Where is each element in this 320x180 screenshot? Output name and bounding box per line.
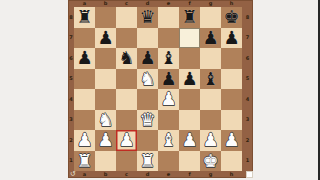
square-h1[interactable] <box>221 151 242 172</box>
square-a2[interactable]: ♟ <box>74 130 95 151</box>
piece-black-pawn[interactable]: ♟ <box>202 28 218 48</box>
square-b7[interactable]: ♟ <box>95 28 116 49</box>
square-g3[interactable] <box>200 110 221 131</box>
piece-white-pawn[interactable]: ♟ <box>202 130 218 150</box>
square-e2[interactable]: ♝ <box>158 130 179 151</box>
file-label: e <box>158 0 179 7</box>
piece-white-pawn[interactable]: ♟ <box>118 130 134 150</box>
piece-black-bishop[interactable]: ♝ <box>202 69 218 89</box>
square-b6[interactable] <box>95 48 116 69</box>
rank-label: 5 <box>242 69 253 90</box>
piece-black-pawn[interactable]: ♟ <box>97 28 113 48</box>
square-g7[interactable]: ♟ <box>200 28 221 49</box>
square-c2[interactable]: ♟ <box>116 130 137 151</box>
file-label: b <box>95 0 116 7</box>
square-e3[interactable] <box>158 110 179 131</box>
piece-black-pawn[interactable]: ♟ <box>160 69 176 89</box>
piece-white-pawn[interactable]: ♟ <box>76 130 92 150</box>
rank-label: 2 <box>242 130 253 151</box>
board-grid: ♜♛♜♚♟♟♟♟♞♟♝♞♟♟♝♟♞♛♟♟♟♝♟♟♟♜♜♚ <box>74 7 242 171</box>
piece-white-rook[interactable]: ♜ <box>139 151 155 171</box>
square-f8[interactable]: ♜ <box>179 7 200 28</box>
square-a1[interactable]: ♜ <box>74 151 95 172</box>
square-h7[interactable]: ♟ <box>221 28 242 49</box>
square-d5[interactable]: ♞ <box>137 69 158 90</box>
piece-black-pawn[interactable]: ♟ <box>76 48 92 68</box>
file-label: e <box>158 171 179 178</box>
square-g5[interactable]: ♝ <box>200 69 221 90</box>
square-c8[interactable] <box>116 7 137 28</box>
square-c6[interactable]: ♞ <box>116 48 137 69</box>
square-e1[interactable] <box>158 151 179 172</box>
piece-black-pawn[interactable]: ♟ <box>139 48 155 68</box>
square-g2[interactable]: ♟ <box>200 130 221 151</box>
piece-black-rook[interactable]: ♜ <box>181 7 197 27</box>
rank-label: 7 <box>242 28 253 49</box>
square-h2[interactable]: ♟ <box>221 130 242 151</box>
piece-black-bishop[interactable]: ♝ <box>160 48 176 68</box>
square-d2[interactable] <box>137 130 158 151</box>
piece-white-pawn[interactable]: ♟ <box>223 130 239 150</box>
square-d4[interactable] <box>137 89 158 110</box>
square-a8[interactable]: ♜ <box>74 7 95 28</box>
square-b4[interactable] <box>95 89 116 110</box>
square-e8[interactable] <box>158 7 179 28</box>
piece-black-pawn[interactable]: ♟ <box>223 28 239 48</box>
square-c5[interactable] <box>116 69 137 90</box>
rank-label: 4 <box>242 89 253 110</box>
file-labels-bottom: abcdefgh <box>74 171 242 178</box>
piece-white-king[interactable]: ♚ <box>202 151 218 171</box>
square-h6[interactable] <box>221 48 242 69</box>
piece-white-pawn[interactable]: ♟ <box>160 89 176 109</box>
square-a6[interactable]: ♟ <box>74 48 95 69</box>
piece-black-queen[interactable]: ♛ <box>139 7 155 27</box>
square-c3[interactable] <box>116 110 137 131</box>
square-a7[interactable] <box>74 28 95 49</box>
square-f2[interactable]: ♟ <box>179 130 200 151</box>
square-d7[interactable] <box>137 28 158 49</box>
file-label: a <box>74 171 95 178</box>
piece-white-queen[interactable]: ♛ <box>139 110 155 130</box>
square-f7[interactable] <box>179 28 200 49</box>
file-label: c <box>116 171 137 178</box>
piece-white-rook[interactable]: ♜ <box>76 151 92 171</box>
file-label: c <box>116 0 137 7</box>
square-c1[interactable] <box>116 151 137 172</box>
piece-white-pawn[interactable]: ♟ <box>97 130 113 150</box>
square-d3[interactable]: ♛ <box>137 110 158 131</box>
flip-board-icon[interactable]: ↺ <box>69 170 77 178</box>
piece-white-bishop[interactable]: ♝ <box>160 130 176 150</box>
square-e5[interactable]: ♟ <box>158 69 179 90</box>
square-f6[interactable] <box>179 48 200 69</box>
piece-black-pawn[interactable]: ♟ <box>181 69 197 89</box>
file-label: g <box>200 0 221 7</box>
corner-marker-icon <box>246 171 253 178</box>
square-b1[interactable] <box>95 151 116 172</box>
piece-white-knight[interactable]: ♞ <box>97 110 113 130</box>
square-h5[interactable] <box>221 69 242 90</box>
square-f1[interactable] <box>179 151 200 172</box>
file-labels-top: abcdefgh <box>74 0 242 7</box>
square-b5[interactable] <box>95 69 116 90</box>
square-b2[interactable]: ♟ <box>95 130 116 151</box>
file-label: b <box>95 171 116 178</box>
piece-white-pawn[interactable]: ♟ <box>181 130 197 150</box>
square-h4[interactable] <box>221 89 242 110</box>
square-d6[interactable]: ♟ <box>137 48 158 69</box>
square-f3[interactable] <box>179 110 200 131</box>
file-label: g <box>200 171 221 178</box>
rank-label: 6 <box>242 48 253 69</box>
file-label: h <box>221 171 242 178</box>
square-e4[interactable]: ♟ <box>158 89 179 110</box>
square-a5[interactable] <box>74 69 95 90</box>
square-a4[interactable] <box>74 89 95 110</box>
square-c4[interactable] <box>116 89 137 110</box>
square-b8[interactable] <box>95 7 116 28</box>
square-g6[interactable] <box>200 48 221 69</box>
file-label: f <box>179 171 200 178</box>
square-e6[interactable]: ♝ <box>158 48 179 69</box>
square-g8[interactable] <box>200 7 221 28</box>
piece-black-rook[interactable]: ♜ <box>76 7 92 27</box>
piece-white-knight[interactable]: ♞ <box>139 69 155 89</box>
square-a3[interactable] <box>74 110 95 131</box>
rank-label: 1 <box>242 151 253 172</box>
rank-label: 3 <box>242 110 253 131</box>
square-g4[interactable] <box>200 89 221 110</box>
square-g1[interactable]: ♚ <box>200 151 221 172</box>
square-f4[interactable] <box>179 89 200 110</box>
file-label: d <box>137 171 158 178</box>
rank-label: 8 <box>242 7 253 28</box>
square-b3[interactable]: ♞ <box>95 110 116 131</box>
square-h8[interactable]: ♚ <box>221 7 242 28</box>
chess-board: abcdefgh abcdefgh 87654321 87654321 ♜♛♜♚… <box>68 0 253 178</box>
square-e7[interactable] <box>158 28 179 49</box>
square-d8[interactable]: ♛ <box>137 7 158 28</box>
square-c7[interactable] <box>116 28 137 49</box>
piece-black-knight[interactable]: ♞ <box>118 48 134 68</box>
piece-black-king[interactable]: ♚ <box>223 7 239 27</box>
square-h3[interactable] <box>221 110 242 131</box>
square-f5[interactable]: ♟ <box>179 69 200 90</box>
square-d1[interactable]: ♜ <box>137 151 158 172</box>
rank-labels-right: 87654321 <box>242 7 253 171</box>
